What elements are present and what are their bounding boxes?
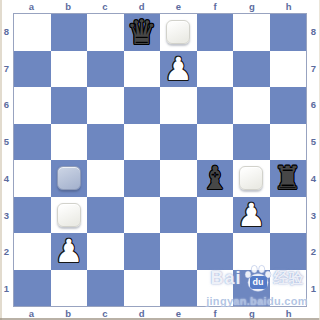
square-b2[interactable]: ♟ bbox=[51, 233, 88, 270]
square-token-g4[interactable] bbox=[239, 166, 263, 190]
square-d8[interactable]: ♛ bbox=[124, 14, 161, 51]
square-h2[interactable] bbox=[270, 233, 307, 270]
square-a6[interactable] bbox=[14, 87, 51, 124]
square-d3[interactable] bbox=[124, 197, 161, 234]
square-c3[interactable] bbox=[87, 197, 124, 234]
square-f2[interactable] bbox=[197, 233, 234, 270]
square-f1[interactable] bbox=[197, 270, 234, 307]
square-h3[interactable] bbox=[270, 197, 307, 234]
square-b8[interactable] bbox=[51, 14, 88, 51]
file-label-top-a: a bbox=[13, 0, 50, 13]
square-token-b3[interactable] bbox=[57, 203, 81, 227]
square-f7[interactable] bbox=[197, 51, 234, 88]
file-label-top-f: f bbox=[197, 0, 234, 13]
square-token-e8[interactable] bbox=[166, 20, 190, 44]
photo-edge-left bbox=[0, 0, 2, 320]
square-c1[interactable] bbox=[87, 270, 124, 307]
square-c5[interactable] bbox=[87, 124, 124, 161]
square-a5[interactable] bbox=[14, 124, 51, 161]
black-bishop[interactable]: ♝ bbox=[200, 162, 229, 194]
square-token-b4[interactable] bbox=[57, 166, 81, 190]
square-c8[interactable] bbox=[87, 14, 124, 51]
square-b6[interactable] bbox=[51, 87, 88, 124]
square-h6[interactable] bbox=[270, 87, 307, 124]
square-b7[interactable] bbox=[51, 51, 88, 88]
square-h7[interactable] bbox=[270, 51, 307, 88]
square-a7[interactable] bbox=[14, 51, 51, 88]
square-b3[interactable] bbox=[51, 197, 88, 234]
square-e3[interactable] bbox=[160, 197, 197, 234]
square-c4[interactable] bbox=[87, 160, 124, 197]
square-e4[interactable] bbox=[160, 160, 197, 197]
file-label-top-c: c bbox=[87, 0, 124, 13]
white-pawn[interactable]: ♟ bbox=[54, 235, 83, 267]
square-a1[interactable] bbox=[14, 270, 51, 307]
square-h4[interactable]: ♜ bbox=[270, 160, 307, 197]
square-g5[interactable] bbox=[233, 124, 270, 161]
square-e2[interactable] bbox=[160, 233, 197, 270]
file-labels-top: abcdefgh bbox=[13, 0, 307, 13]
black-rook[interactable]: ♜ bbox=[273, 162, 302, 194]
chess-diagram: abcdefgh abcdefgh 87654321 87654321 ♛♟♝♜… bbox=[0, 0, 320, 320]
file-label-top-h: h bbox=[270, 0, 307, 13]
square-a4[interactable] bbox=[14, 160, 51, 197]
file-label-top-d: d bbox=[123, 0, 160, 13]
square-b1[interactable] bbox=[51, 270, 88, 307]
square-f8[interactable] bbox=[197, 14, 234, 51]
chess-board: ♛♟♝♜♟♟ bbox=[13, 13, 307, 307]
square-h1[interactable] bbox=[270, 270, 307, 307]
square-a2[interactable] bbox=[14, 233, 51, 270]
square-g7[interactable] bbox=[233, 51, 270, 88]
square-g8[interactable] bbox=[233, 14, 270, 51]
square-g3[interactable]: ♟ bbox=[233, 197, 270, 234]
square-e5[interactable] bbox=[160, 124, 197, 161]
file-label-top-b: b bbox=[50, 0, 87, 13]
square-g1[interactable] bbox=[233, 270, 270, 307]
square-b4[interactable] bbox=[51, 160, 88, 197]
square-d5[interactable] bbox=[124, 124, 161, 161]
square-c2[interactable] bbox=[87, 233, 124, 270]
file-label-top-g: g bbox=[234, 0, 271, 13]
square-f6[interactable] bbox=[197, 87, 234, 124]
square-c7[interactable] bbox=[87, 51, 124, 88]
square-a8[interactable] bbox=[14, 14, 51, 51]
square-d4[interactable] bbox=[124, 160, 161, 197]
white-pawn[interactable]: ♟ bbox=[237, 199, 266, 231]
square-h8[interactable] bbox=[270, 14, 307, 51]
square-c6[interactable] bbox=[87, 87, 124, 124]
square-g2[interactable] bbox=[233, 233, 270, 270]
square-e8[interactable] bbox=[160, 14, 197, 51]
square-d2[interactable] bbox=[124, 233, 161, 270]
file-label-top-e: e bbox=[160, 0, 197, 13]
square-d1[interactable] bbox=[124, 270, 161, 307]
square-e1[interactable] bbox=[160, 270, 197, 307]
square-d6[interactable] bbox=[124, 87, 161, 124]
square-f5[interactable] bbox=[197, 124, 234, 161]
square-b5[interactable] bbox=[51, 124, 88, 161]
square-e6[interactable] bbox=[160, 87, 197, 124]
white-pawn[interactable]: ♟ bbox=[164, 53, 193, 85]
black-queen[interactable]: ♛ bbox=[127, 15, 157, 49]
square-g4[interactable] bbox=[233, 160, 270, 197]
square-a3[interactable] bbox=[14, 197, 51, 234]
square-h5[interactable] bbox=[270, 124, 307, 161]
square-f3[interactable] bbox=[197, 197, 234, 234]
square-f4[interactable]: ♝ bbox=[197, 160, 234, 197]
square-e7[interactable]: ♟ bbox=[160, 51, 197, 88]
square-g6[interactable] bbox=[233, 87, 270, 124]
square-d7[interactable] bbox=[124, 51, 161, 88]
